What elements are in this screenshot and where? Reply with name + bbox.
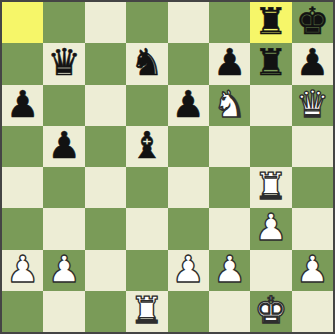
square-h6[interactable]: ♛	[292, 85, 333, 126]
square-h3[interactable]	[292, 208, 333, 249]
piece-black-king[interactable]: ♚	[296, 3, 329, 40]
square-f7[interactable]: ♟	[209, 43, 250, 84]
square-f2[interactable]: ♟	[209, 250, 250, 291]
piece-white-pawn[interactable]: ♟	[6, 251, 39, 288]
piece-black-knight[interactable]: ♞	[130, 44, 163, 81]
square-d8[interactable]	[126, 2, 167, 43]
square-e4[interactable]	[168, 167, 209, 208]
square-b1[interactable]	[43, 291, 84, 332]
square-h4[interactable]	[292, 167, 333, 208]
piece-black-rook[interactable]: ♜	[254, 3, 287, 40]
square-g5[interactable]	[250, 126, 291, 167]
piece-black-rook[interactable]: ♜	[254, 44, 287, 81]
square-g7[interactable]: ♜	[250, 43, 291, 84]
square-h5[interactable]	[292, 126, 333, 167]
piece-white-pawn[interactable]: ♟	[172, 251, 205, 288]
square-c3[interactable]	[85, 208, 126, 249]
piece-white-rook[interactable]: ♜	[130, 292, 163, 329]
square-c8[interactable]	[85, 2, 126, 43]
piece-black-pawn[interactable]: ♟	[296, 44, 329, 81]
square-c1[interactable]	[85, 291, 126, 332]
square-g6[interactable]	[250, 85, 291, 126]
square-c5[interactable]	[85, 126, 126, 167]
piece-white-rook[interactable]: ♜	[254, 168, 287, 205]
square-e5[interactable]	[168, 126, 209, 167]
chess-board: ♜♚♛♞♟♜♟♟♟♞♛♟♝♜♟♟♟♟♟♟♜♚	[2, 2, 333, 332]
square-a7[interactable]	[2, 43, 43, 84]
square-g1[interactable]: ♚	[250, 291, 291, 332]
square-f8[interactable]	[209, 2, 250, 43]
square-b3[interactable]	[43, 208, 84, 249]
square-a3[interactable]	[2, 208, 43, 249]
square-h1[interactable]	[292, 291, 333, 332]
piece-black-pawn[interactable]: ♟	[47, 127, 80, 164]
piece-black-pawn[interactable]: ♟	[6, 86, 39, 123]
piece-white-pawn[interactable]: ♟	[296, 251, 329, 288]
chess-board-frame: ♜♚♛♞♟♜♟♟♟♞♛♟♝♜♟♟♟♟♟♟♜♚	[0, 0, 335, 334]
piece-black-pawn[interactable]: ♟	[213, 44, 246, 81]
square-f6[interactable]: ♞	[209, 85, 250, 126]
square-h8[interactable]: ♚	[292, 2, 333, 43]
square-g4[interactable]: ♜	[250, 167, 291, 208]
square-e8[interactable]	[168, 2, 209, 43]
square-b5[interactable]: ♟	[43, 126, 84, 167]
piece-white-pawn[interactable]: ♟	[254, 209, 287, 246]
square-b4[interactable]	[43, 167, 84, 208]
square-d1[interactable]: ♜	[126, 291, 167, 332]
square-h2[interactable]: ♟	[292, 250, 333, 291]
square-a8[interactable]	[2, 2, 43, 43]
square-c2[interactable]	[85, 250, 126, 291]
piece-white-pawn[interactable]: ♟	[213, 251, 246, 288]
square-b6[interactable]	[43, 85, 84, 126]
square-f3[interactable]	[209, 208, 250, 249]
piece-black-bishop[interactable]: ♝	[130, 127, 163, 164]
square-b8[interactable]	[43, 2, 84, 43]
piece-white-pawn[interactable]: ♟	[47, 251, 80, 288]
square-e2[interactable]: ♟	[168, 250, 209, 291]
piece-white-knight[interactable]: ♞	[213, 86, 246, 123]
square-a2[interactable]: ♟	[2, 250, 43, 291]
square-b2[interactable]: ♟	[43, 250, 84, 291]
square-e7[interactable]	[168, 43, 209, 84]
square-d2[interactable]	[126, 250, 167, 291]
piece-white-king[interactable]: ♚	[254, 292, 287, 329]
square-d3[interactable]	[126, 208, 167, 249]
piece-white-queen[interactable]: ♛	[296, 86, 329, 123]
square-e3[interactable]	[168, 208, 209, 249]
piece-black-queen[interactable]: ♛	[47, 44, 80, 81]
square-a1[interactable]	[2, 291, 43, 332]
square-c7[interactable]	[85, 43, 126, 84]
square-g2[interactable]	[250, 250, 291, 291]
square-d4[interactable]	[126, 167, 167, 208]
square-g3[interactable]: ♟	[250, 208, 291, 249]
square-f1[interactable]	[209, 291, 250, 332]
square-e6[interactable]: ♟	[168, 85, 209, 126]
square-a5[interactable]	[2, 126, 43, 167]
square-e1[interactable]	[168, 291, 209, 332]
square-f5[interactable]	[209, 126, 250, 167]
square-g8[interactable]: ♜	[250, 2, 291, 43]
square-a6[interactable]: ♟	[2, 85, 43, 126]
square-c4[interactable]	[85, 167, 126, 208]
piece-black-pawn[interactable]: ♟	[172, 86, 205, 123]
square-f4[interactable]	[209, 167, 250, 208]
square-b7[interactable]: ♛	[43, 43, 84, 84]
square-h7[interactable]: ♟	[292, 43, 333, 84]
square-a4[interactable]	[2, 167, 43, 208]
square-c6[interactable]	[85, 85, 126, 126]
square-d6[interactable]	[126, 85, 167, 126]
square-d7[interactable]: ♞	[126, 43, 167, 84]
square-d5[interactable]: ♝	[126, 126, 167, 167]
